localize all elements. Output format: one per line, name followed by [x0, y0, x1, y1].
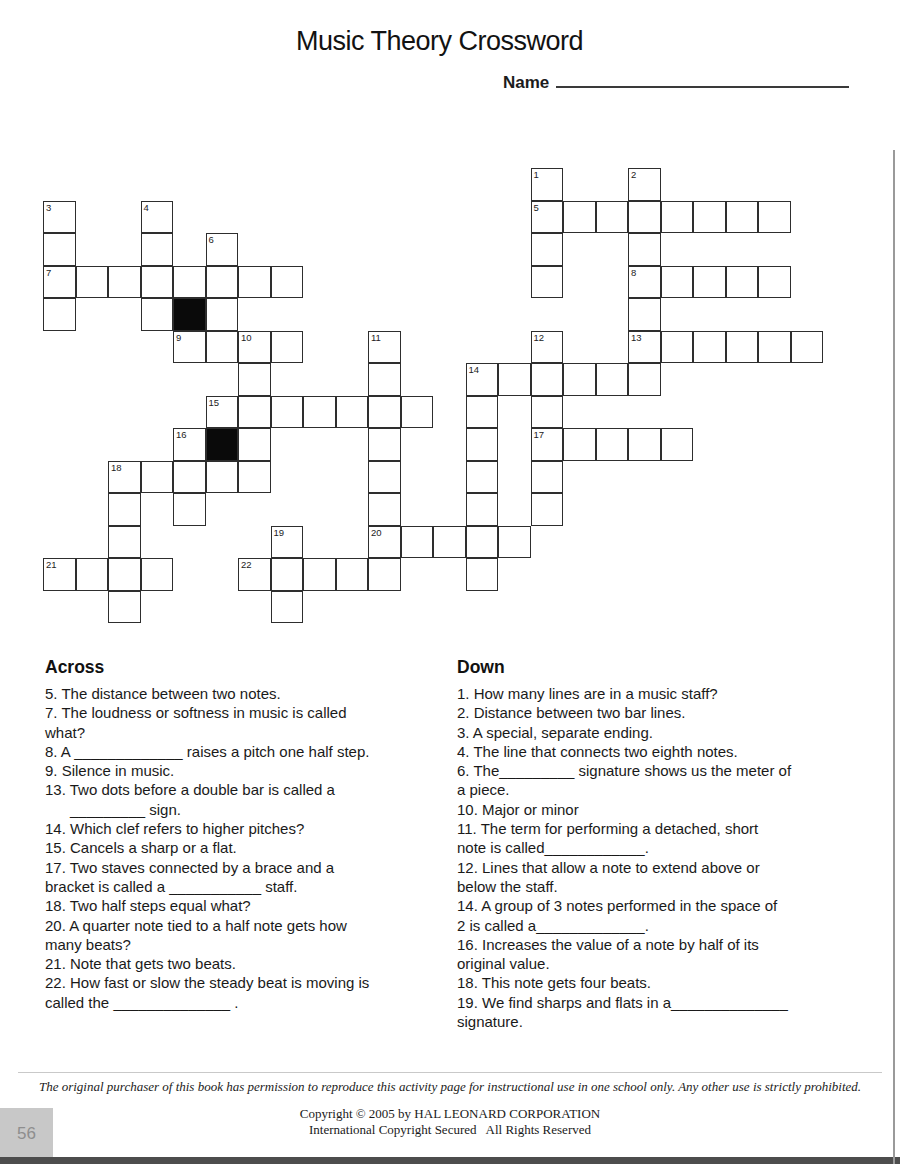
grid-cell[interactable]: 11	[368, 331, 401, 364]
grid-cell[interactable]	[758, 331, 791, 364]
worksheet-page: Music Theory Crossword Name 123456789101…	[0, 0, 900, 1164]
clue-across-13: 13. Two dots before a double bar is call…	[45, 780, 449, 819]
grid-cell[interactable]	[141, 461, 174, 494]
clue-number: 9	[176, 332, 181, 343]
clue-down-14: 14. A group of 3 notes performed in the …	[457, 896, 861, 935]
clue-across-22: 22. How fast or slow the steady beat is …	[45, 973, 449, 1012]
grid-cell[interactable]	[661, 266, 694, 299]
crossword-grid: 12345678910111213141516171819202122	[43, 168, 823, 623]
grid-cell[interactable]	[108, 526, 141, 559]
grid-cell[interactable]: 4	[141, 201, 174, 234]
clue-number: 14	[469, 364, 480, 375]
clue-number: 21	[46, 559, 57, 570]
grid-cell[interactable]	[466, 526, 499, 559]
grid-cell[interactable]	[271, 266, 304, 299]
grid-cell[interactable]	[303, 396, 336, 429]
clue-number: 6	[209, 234, 214, 245]
grid-cell[interactable]	[628, 201, 661, 234]
clue-number: 13	[631, 332, 642, 343]
grid-cell[interactable]: 13	[628, 331, 661, 364]
clue-number: 19	[274, 527, 285, 538]
clue-across-7: 7. The loudness or softness in music is …	[45, 703, 449, 742]
grid-cell[interactable]	[466, 558, 499, 591]
grid-cell[interactable]	[173, 493, 206, 526]
clue-down-12: 12. Lines that allow a note to extend ab…	[457, 858, 861, 897]
across-clues-section: Across 5. The distance between two notes…	[45, 657, 449, 1012]
clue-number: 17	[534, 429, 545, 440]
clue-number: 16	[176, 429, 187, 440]
clue-across-18: 18. Two half steps equal what?	[45, 896, 449, 915]
grid-cell[interactable]	[173, 266, 206, 299]
grid-cell[interactable]	[628, 233, 661, 266]
clue-across-20: 20. A quarter note tied to a half note g…	[45, 916, 449, 955]
grid-cell[interactable]: 3	[43, 201, 76, 234]
grid-cell[interactable]	[498, 526, 531, 559]
grid-cell[interactable]: 6	[206, 233, 239, 266]
grid-cell[interactable]: 15	[206, 396, 239, 429]
grid-cell[interactable]	[368, 428, 401, 461]
grid-cell[interactable]	[628, 363, 661, 396]
name-field: Name	[503, 71, 849, 93]
page-title: Music Theory Crossword	[296, 26, 583, 57]
grid-cell[interactable]	[173, 461, 206, 494]
grid-cell[interactable]	[596, 363, 629, 396]
clue-number: 2	[631, 169, 636, 180]
clue-number: 10	[241, 332, 252, 343]
grid-cell[interactable]	[76, 558, 109, 591]
grid-cell[interactable]: 1	[531, 168, 564, 201]
grid-cell[interactable]: 9	[173, 331, 206, 364]
grid-cell[interactable]: 10	[238, 331, 271, 364]
grid-cell[interactable]	[206, 331, 239, 364]
grid-cell[interactable]: 8	[628, 266, 661, 299]
grid-cell[interactable]	[498, 363, 531, 396]
clue-across-15: 15. Cancels a sharp or a flat.	[45, 838, 449, 857]
down-clue-list: 1. How many lines are in a music staff?2…	[457, 684, 861, 1031]
grid-cell[interactable]: 12	[531, 331, 564, 364]
grid-cell[interactable]	[76, 266, 109, 299]
clue-number: 1	[534, 169, 539, 180]
clue-down-18: 18. This note gets four beats.	[457, 973, 861, 992]
clue-down-16: 16. Increases the value of a note by hal…	[457, 935, 861, 974]
grid-cell[interactable]	[596, 428, 629, 461]
grid-cell[interactable]	[303, 558, 336, 591]
clue-number: 5	[534, 202, 539, 213]
name-input-line[interactable]	[556, 71, 849, 88]
grid-cell[interactable]	[758, 266, 791, 299]
grid-cell[interactable]	[368, 396, 401, 429]
name-label: Name	[503, 73, 549, 92]
black-cell	[206, 428, 239, 461]
grid-cell[interactable]	[791, 331, 824, 364]
grid-cell[interactable]	[563, 363, 596, 396]
black-cell	[173, 298, 206, 331]
copyright-line-1: Copyright © 2005 by HAL LEONARD CORPORAT…	[0, 1106, 900, 1122]
footer-separator-line	[18, 1072, 882, 1073]
grid-cell[interactable]	[336, 558, 369, 591]
grid-cell[interactable]	[206, 266, 239, 299]
clue-across-8: 8. A _____________ raises a pitch one ha…	[45, 742, 449, 761]
grid-cell[interactable]	[271, 558, 304, 591]
grid-cell[interactable]	[271, 331, 304, 364]
clue-down-11: 11. The term for performing a detached, …	[457, 819, 861, 858]
grid-cell[interactable]	[693, 266, 726, 299]
grid-cell[interactable]	[726, 331, 759, 364]
clue-down-10: 10. Major or minor	[457, 800, 861, 819]
grid-cell[interactable]: 2	[628, 168, 661, 201]
grid-cell[interactable]: 22	[238, 558, 271, 591]
clue-number: 4	[144, 202, 149, 213]
clue-across-21: 21. Note that gets two beats.	[45, 954, 449, 973]
clue-number: 18	[111, 462, 122, 473]
grid-cell[interactable]	[563, 201, 596, 234]
grid-cell[interactable]	[531, 266, 564, 299]
clue-down-1: 1. How many lines are in a music staff?	[457, 684, 861, 703]
grid-cell[interactable]	[271, 396, 304, 429]
grid-cell[interactable]	[108, 558, 141, 591]
grid-cell[interactable]	[206, 461, 239, 494]
clue-across-5: 5. The distance between two notes.	[45, 684, 449, 703]
grid-cell[interactable]	[726, 201, 759, 234]
grid-cell[interactable]	[466, 428, 499, 461]
page-right-edge	[893, 150, 895, 1164]
grid-cell[interactable]	[531, 363, 564, 396]
grid-cell[interactable]	[368, 493, 401, 526]
grid-cell[interactable]	[368, 558, 401, 591]
grid-cell[interactable]	[206, 298, 239, 331]
grid-cell[interactable]	[693, 331, 726, 364]
grid-cell[interactable]	[531, 233, 564, 266]
grid-cell[interactable]	[628, 428, 661, 461]
clue-down-3: 3. A special, separate ending.	[457, 723, 861, 742]
grid-cell[interactable]	[758, 201, 791, 234]
grid-cell[interactable]	[108, 266, 141, 299]
grid-cell[interactable]	[661, 331, 694, 364]
grid-cell[interactable]	[531, 493, 564, 526]
grid-cell[interactable]	[238, 266, 271, 299]
clue-down-19: 19. We find sharps and flats in a_______…	[457, 993, 861, 1032]
clue-number: 12	[534, 332, 545, 343]
across-heading: Across	[45, 657, 449, 678]
reproduction-permission-notice: The original purchaser of this book has …	[0, 1079, 900, 1095]
clue-down-4: 4. The line that connects two eighth not…	[457, 742, 861, 761]
grid-cell[interactable]	[693, 201, 726, 234]
grid-cell[interactable]	[433, 526, 466, 559]
grid-cell[interactable]	[238, 396, 271, 429]
grid-cell[interactable]: 7	[43, 266, 76, 299]
grid-cell[interactable]	[628, 298, 661, 331]
clue-number: 8	[631, 267, 636, 278]
grid-cell[interactable]	[596, 201, 629, 234]
grid-cell[interactable]	[43, 233, 76, 266]
grid-cell[interactable]	[368, 461, 401, 494]
grid-cell[interactable]	[108, 493, 141, 526]
grid-cell[interactable]	[336, 396, 369, 429]
grid-cell[interactable]	[141, 233, 174, 266]
grid-cell[interactable]: 18	[108, 461, 141, 494]
grid-cell[interactable]	[238, 428, 271, 461]
grid-cell[interactable]	[238, 363, 271, 396]
grid-cell[interactable]	[108, 591, 141, 624]
across-clue-list: 5. The distance between two notes.7. The…	[45, 684, 449, 1012]
grid-cell[interactable]	[238, 461, 271, 494]
grid-cell[interactable]	[466, 461, 499, 494]
grid-cell[interactable]	[43, 298, 76, 331]
down-clues-section: Down 1. How many lines are in a music st…	[457, 657, 861, 1031]
grid-cell[interactable]	[141, 266, 174, 299]
clue-number: 20	[371, 527, 382, 538]
grid-cell[interactable]: 16	[173, 428, 206, 461]
grid-cell[interactable]	[466, 396, 499, 429]
grid-cell[interactable]	[531, 461, 564, 494]
grid-cell[interactable]	[141, 298, 174, 331]
grid-cell[interactable]	[531, 396, 564, 429]
grid-cell[interactable]	[401, 526, 434, 559]
clue-number: 7	[46, 267, 51, 278]
page-number: 56	[17, 1124, 36, 1144]
grid-cell[interactable]: 20	[368, 526, 401, 559]
grid-cell[interactable]	[271, 591, 304, 624]
clue-across-17: 17. Two staves connected by a brace and …	[45, 858, 449, 897]
grid-cell[interactable]	[661, 428, 694, 461]
clue-across-9: 9. Silence in music.	[45, 761, 449, 780]
grid-cell[interactable]	[466, 493, 499, 526]
grid-cell[interactable]	[368, 363, 401, 396]
grid-cell[interactable]: 17	[531, 428, 564, 461]
grid-cell[interactable]	[661, 201, 694, 234]
page-bottom-edge	[0, 1157, 900, 1164]
clue-across-14: 14. Which clef refers to higher pitches?	[45, 819, 449, 838]
clue-down-6: 6. The_________ signature shows us the m…	[457, 761, 861, 800]
copyright-line-2: International Copyright Secured All Righ…	[0, 1122, 900, 1138]
down-heading: Down	[457, 657, 861, 678]
clue-down-2: 2. Distance between two bar lines.	[457, 703, 861, 722]
grid-cell[interactable]: 14	[466, 363, 499, 396]
page-number-tab: 56	[0, 1108, 53, 1160]
grid-cell[interactable]: 19	[271, 526, 304, 559]
grid-cell[interactable]: 5	[531, 201, 564, 234]
clue-number: 15	[209, 397, 220, 408]
clue-number: 11	[371, 332, 381, 343]
clue-number: 22	[241, 559, 252, 570]
grid-cell[interactable]	[401, 396, 434, 429]
grid-cell[interactable]	[141, 558, 174, 591]
clue-number: 3	[46, 202, 51, 213]
grid-cell[interactable]	[726, 266, 759, 299]
grid-cell[interactable]	[563, 428, 596, 461]
grid-cell[interactable]: 21	[43, 558, 76, 591]
